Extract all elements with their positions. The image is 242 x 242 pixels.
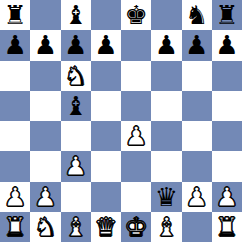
piece-white-queen: ♛ xyxy=(94,212,117,242)
square-h1[interactable]: ♜ xyxy=(212,212,242,242)
square-e3[interactable] xyxy=(121,151,151,181)
square-g3[interactable] xyxy=(182,151,212,181)
square-g5[interactable] xyxy=(182,91,212,121)
piece-white-knight: ♞ xyxy=(64,61,87,91)
square-f2[interactable]: ♛ xyxy=(151,182,181,212)
piece-black-bishop: ♝ xyxy=(64,91,87,121)
piece-black-knight: ♞ xyxy=(185,0,208,30)
piece-white-rook: ♜ xyxy=(215,212,238,242)
square-h7[interactable]: ♟ xyxy=(212,30,242,60)
piece-white-pawn: ♟ xyxy=(185,182,208,212)
piece-white-pawn: ♟ xyxy=(3,182,26,212)
square-g8[interactable]: ♞ xyxy=(182,0,212,30)
piece-white-rook: ♜ xyxy=(3,212,26,242)
square-a7[interactable]: ♟ xyxy=(0,30,30,60)
piece-black-pawn: ♟ xyxy=(215,30,238,60)
square-b6[interactable] xyxy=(30,61,60,91)
piece-black-pawn: ♟ xyxy=(34,30,57,60)
square-e8[interactable]: ♚ xyxy=(121,0,151,30)
square-h6[interactable] xyxy=(212,61,242,91)
square-b8[interactable] xyxy=(30,0,60,30)
square-f7[interactable]: ♟ xyxy=(151,30,181,60)
square-h8[interactable]: ♜ xyxy=(212,0,242,30)
square-f8[interactable] xyxy=(151,0,181,30)
square-g2[interactable]: ♟ xyxy=(182,182,212,212)
square-c5[interactable]: ♝ xyxy=(61,91,91,121)
square-e4[interactable]: ♟ xyxy=(121,121,151,151)
piece-white-bishop: ♝ xyxy=(64,212,87,242)
square-g7[interactable]: ♟ xyxy=(182,30,212,60)
piece-white-king: ♚ xyxy=(124,212,147,242)
square-c1[interactable]: ♝ xyxy=(61,212,91,242)
square-d8[interactable] xyxy=(91,0,121,30)
piece-white-pawn: ♟ xyxy=(64,151,87,181)
square-f4[interactable] xyxy=(151,121,181,151)
square-e1[interactable]: ♚ xyxy=(121,212,151,242)
piece-white-pawn: ♟ xyxy=(34,182,57,212)
piece-black-pawn: ♟ xyxy=(64,30,87,60)
square-d5[interactable] xyxy=(91,91,121,121)
square-g6[interactable] xyxy=(182,61,212,91)
square-e2[interactable] xyxy=(121,182,151,212)
square-b7[interactable]: ♟ xyxy=(30,30,60,60)
square-c4[interactable] xyxy=(61,121,91,151)
square-c3[interactable]: ♟ xyxy=(61,151,91,181)
square-b5[interactable] xyxy=(30,91,60,121)
square-e6[interactable] xyxy=(121,61,151,91)
piece-white-bishop: ♝ xyxy=(155,212,178,242)
square-c7[interactable]: ♟ xyxy=(61,30,91,60)
square-d7[interactable]: ♟ xyxy=(91,30,121,60)
piece-black-bishop: ♝ xyxy=(64,0,87,30)
square-f1[interactable]: ♝ xyxy=(151,212,181,242)
square-d2[interactable] xyxy=(91,182,121,212)
piece-white-knight: ♞ xyxy=(34,212,57,242)
square-d4[interactable] xyxy=(91,121,121,151)
square-b3[interactable] xyxy=(30,151,60,181)
square-h4[interactable] xyxy=(212,121,242,151)
piece-black-king: ♚ xyxy=(124,0,147,30)
square-f5[interactable] xyxy=(151,91,181,121)
piece-black-pawn: ♟ xyxy=(3,30,26,60)
square-h3[interactable] xyxy=(212,151,242,181)
square-d1[interactable]: ♛ xyxy=(91,212,121,242)
piece-white-pawn: ♟ xyxy=(215,182,238,212)
square-e5[interactable] xyxy=(121,91,151,121)
piece-black-queen: ♛ xyxy=(155,182,178,212)
square-d3[interactable] xyxy=(91,151,121,181)
piece-black-pawn: ♟ xyxy=(94,30,117,60)
piece-black-rook: ♜ xyxy=(215,0,238,30)
square-b4[interactable] xyxy=(30,121,60,151)
square-g1[interactable] xyxy=(182,212,212,242)
square-a4[interactable] xyxy=(0,121,30,151)
square-d6[interactable] xyxy=(91,61,121,91)
square-c2[interactable] xyxy=(61,182,91,212)
square-a5[interactable] xyxy=(0,91,30,121)
square-a1[interactable]: ♜ xyxy=(0,212,30,242)
piece-black-rook: ♜ xyxy=(3,0,26,30)
chess-board: ♜♝♚♞♜♟♟♟♟♟♟♟♞♝♟♟♟♟♛♟♟♜♞♝♛♚♝♜ xyxy=(0,0,242,242)
square-f6[interactable] xyxy=(151,61,181,91)
piece-white-pawn: ♟ xyxy=(124,121,147,151)
piece-black-pawn: ♟ xyxy=(185,30,208,60)
square-f3[interactable] xyxy=(151,151,181,181)
piece-black-pawn: ♟ xyxy=(155,30,178,60)
square-h2[interactable]: ♟ xyxy=(212,182,242,212)
square-b2[interactable]: ♟ xyxy=(30,182,60,212)
square-e7[interactable] xyxy=(121,30,151,60)
square-h5[interactable] xyxy=(212,91,242,121)
square-a2[interactable]: ♟ xyxy=(0,182,30,212)
square-a3[interactable] xyxy=(0,151,30,181)
square-a6[interactable] xyxy=(0,61,30,91)
square-b1[interactable]: ♞ xyxy=(30,212,60,242)
square-c8[interactable]: ♝ xyxy=(61,0,91,30)
square-c6[interactable]: ♞ xyxy=(61,61,91,91)
square-g4[interactable] xyxy=(182,121,212,151)
square-a8[interactable]: ♜ xyxy=(0,0,30,30)
